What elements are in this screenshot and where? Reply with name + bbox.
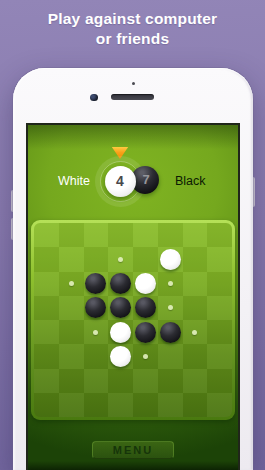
board-cell: [34, 369, 59, 393]
legal-move-hint-dot[interactable]: [168, 305, 173, 310]
board-cell: [108, 272, 133, 296]
reversi-board: [31, 220, 235, 420]
white-score-disc: 4: [105, 166, 136, 197]
board-cell[interactable]: [183, 320, 208, 344]
board-cell: [84, 272, 109, 296]
black-piece: [135, 297, 156, 318]
board-cell[interactable]: [84, 320, 109, 344]
board-cell: [108, 344, 133, 368]
board-cell: [59, 393, 84, 417]
board-cell: [183, 296, 208, 320]
black-player-label: Black: [175, 174, 206, 188]
white-piece: [110, 346, 131, 367]
board-cell: [59, 320, 84, 344]
board-cell: [108, 369, 133, 393]
board-cell: [133, 223, 158, 247]
white-player-label: White: [58, 174, 90, 188]
board-cell: [84, 393, 109, 417]
board-cell: [34, 247, 59, 271]
board-cell: [133, 272, 158, 296]
board-cell: [108, 296, 133, 320]
board-cell: [207, 272, 232, 296]
white-piece: [110, 322, 131, 343]
board-cell: [207, 393, 232, 417]
board-cell: [59, 247, 84, 271]
legal-move-hint-dot[interactable]: [192, 330, 197, 335]
reversi-grid: [34, 223, 232, 417]
board-cell: [207, 247, 232, 271]
board-cell: [84, 223, 109, 247]
black-piece: [110, 273, 131, 294]
board-cell: [207, 320, 232, 344]
board-cell: [84, 247, 109, 271]
board-cell[interactable]: [108, 247, 133, 271]
proximity-sensor-icon: [132, 82, 136, 86]
board-cell[interactable]: [59, 272, 84, 296]
black-piece: [85, 297, 106, 318]
board-cell: [207, 296, 232, 320]
legal-move-hint-dot[interactable]: [168, 281, 173, 286]
legal-move-hint-dot[interactable]: [69, 281, 74, 286]
app-store-screenshot: Play against computer or friends White 4…: [0, 0, 265, 470]
black-piece: [160, 322, 181, 343]
board-cell: [158, 320, 183, 344]
board-cell: [133, 320, 158, 344]
board-cell: [158, 393, 183, 417]
caption-line1: Play against computer: [0, 9, 265, 29]
board-cell: [108, 223, 133, 247]
board-cell: [133, 369, 158, 393]
board-cell: [59, 344, 84, 368]
board-cell: [84, 344, 109, 368]
legal-move-hint-dot[interactable]: [118, 257, 123, 262]
board-cell: [158, 247, 183, 271]
black-piece: [110, 297, 131, 318]
board-cell[interactable]: [158, 296, 183, 320]
board-cell: [34, 223, 59, 247]
board-cell: [183, 393, 208, 417]
board-cell: [183, 272, 208, 296]
iphone-mockup: White 4 7 Black MENU: [13, 68, 253, 470]
board-cell: [183, 369, 208, 393]
black-piece: [135, 322, 156, 343]
board-cell: [133, 296, 158, 320]
caption: Play against computer or friends: [0, 9, 265, 49]
board-cell: [108, 393, 133, 417]
board-cell: [59, 369, 84, 393]
front-camera-icon: [90, 94, 98, 102]
board-cell: [183, 247, 208, 271]
board-cell: [34, 320, 59, 344]
white-piece: [160, 249, 181, 270]
caption-line2: or friends: [0, 29, 265, 49]
board-cell: [183, 223, 208, 247]
board-cell: [34, 272, 59, 296]
board-cell: [207, 223, 232, 247]
board-cell: [84, 369, 109, 393]
board-cell: [183, 344, 208, 368]
game-screen: White 4 7 Black MENU: [28, 125, 238, 470]
board-cell: [158, 223, 183, 247]
board-cell: [207, 369, 232, 393]
board-cell: [133, 393, 158, 417]
scoreboard: White 4 7 Black: [28, 125, 238, 219]
board-cell: [59, 296, 84, 320]
black-score-value: 7: [142, 172, 149, 187]
board-cell: [158, 344, 183, 368]
board-cell: [34, 296, 59, 320]
board-cell[interactable]: [133, 344, 158, 368]
menu-button[interactable]: MENU: [92, 441, 174, 459]
black-piece: [85, 273, 106, 294]
board-cell: [34, 344, 59, 368]
board-cell: [34, 393, 59, 417]
board-cell: [59, 223, 84, 247]
board-cell: [133, 247, 158, 271]
legal-move-hint-dot[interactable]: [143, 354, 148, 359]
board-cell: [108, 320, 133, 344]
legal-move-hint-dot[interactable]: [93, 330, 98, 335]
earpiece-speaker: [111, 94, 154, 100]
white-piece: [135, 273, 156, 294]
turn-indicator-icon: [112, 147, 129, 159]
board-cell: [207, 344, 232, 368]
board-cell: [158, 369, 183, 393]
board-cell[interactable]: [158, 272, 183, 296]
white-score-value: 4: [116, 173, 124, 189]
board-cell: [84, 296, 109, 320]
